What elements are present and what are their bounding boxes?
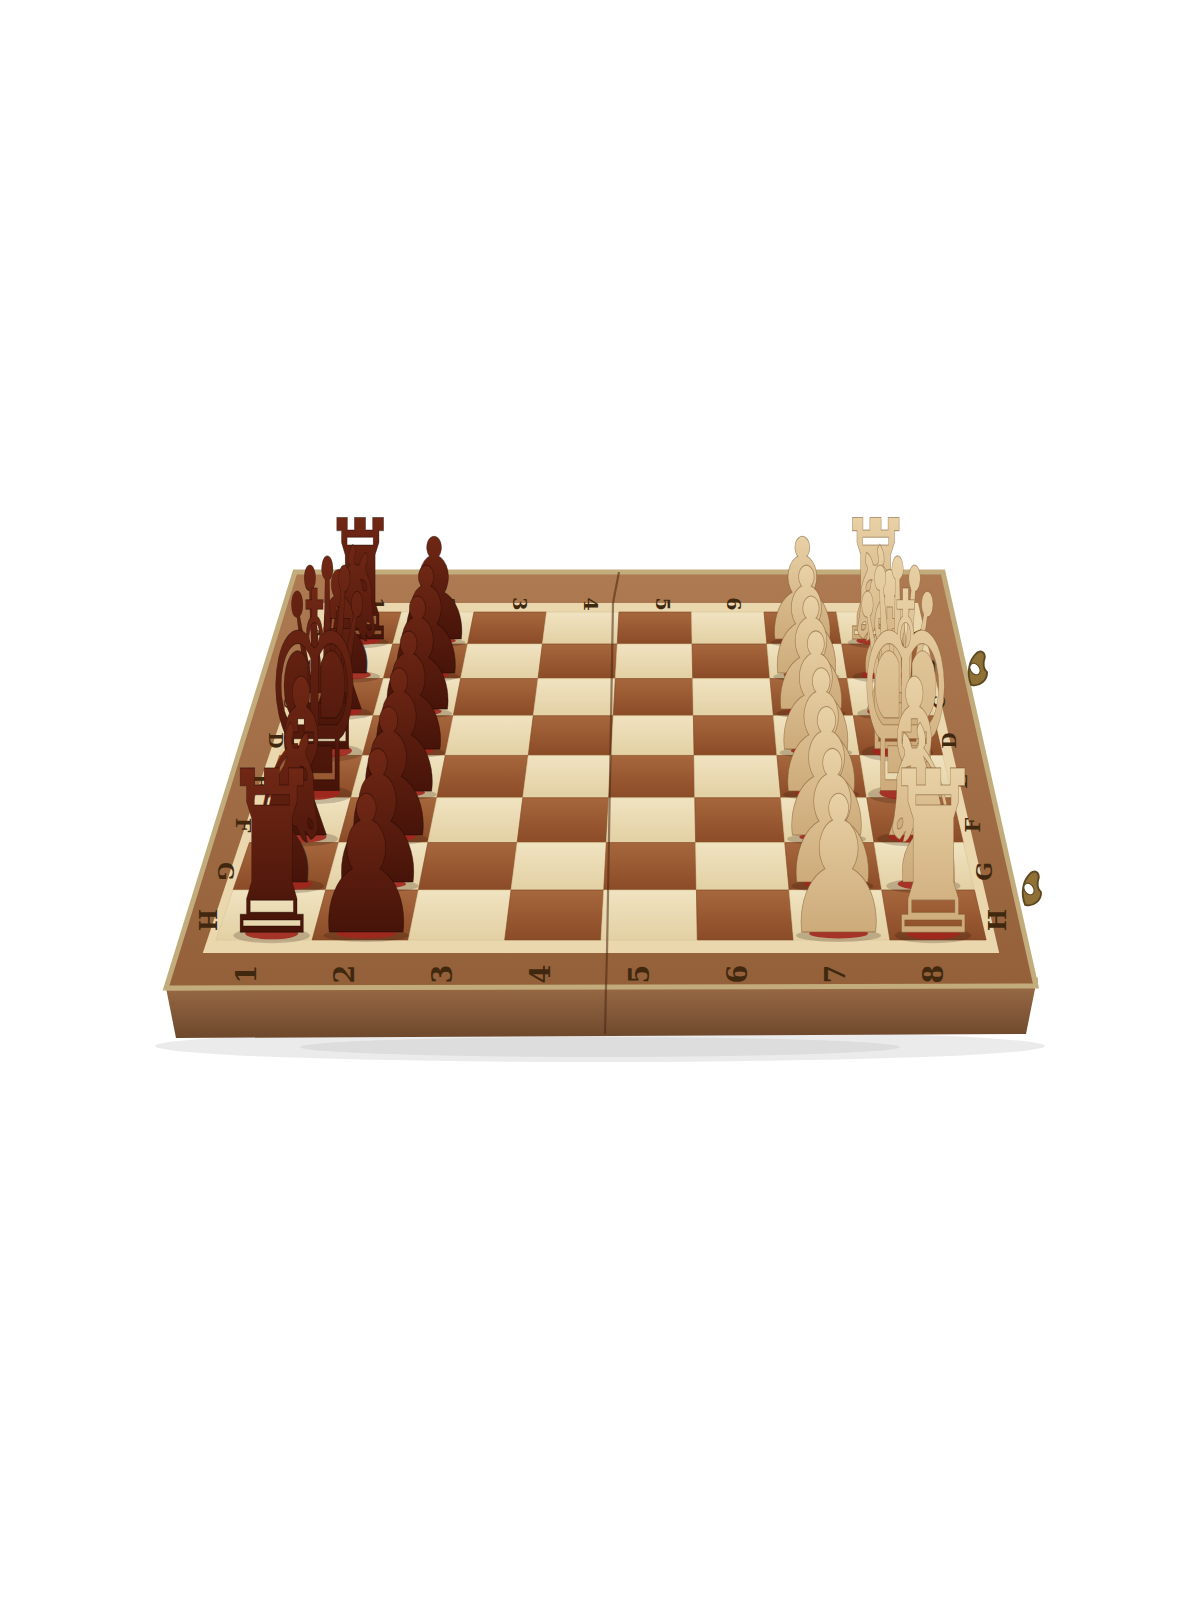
square-e4 [523, 755, 611, 797]
square-e5 [609, 755, 695, 797]
square-b5 [615, 644, 692, 679]
back-rail-number-6: 6 [723, 597, 745, 610]
front-rail-number-4: 4 [525, 965, 556, 984]
left-rail-letter-H: H [194, 909, 221, 931]
back-rail-number-5: 5 [652, 597, 674, 610]
right-rail-letter-H: H [984, 909, 1011, 931]
chess-set-photo: 1234567812345678ABCDEFGHABCDEFGH♜♟♟♜♞♟♟♞… [0, 0, 1200, 1600]
square-h5 [601, 890, 697, 940]
square-a5 [617, 612, 692, 644]
square-a4 [542, 612, 619, 644]
box-front-face [166, 984, 1036, 1038]
piece-dark-rook-h1: ♜ [221, 723, 322, 985]
piece-light-pawn-h7: ♟ [782, 756, 894, 977]
floor-shadow-core [300, 1037, 900, 1057]
front-rail-number-3: 3 [427, 965, 458, 984]
square-d6 [693, 716, 777, 756]
product-photo-stage: 1234567812345678ABCDEFGHABCDEFGH♜♟♟♜♞♟♟♞… [0, 0, 1200, 1600]
square-c4 [533, 679, 615, 716]
front-rail-number-6: 6 [722, 965, 753, 984]
square-g4 [511, 843, 606, 890]
back-rail-number-4: 4 [580, 597, 602, 610]
piece-dark-pawn-h2: ♟ [310, 756, 422, 977]
square-a6 [692, 612, 767, 644]
piece-light-rook-h8: ♜ [883, 723, 984, 985]
square-c6 [693, 679, 774, 716]
square-f5 [606, 798, 695, 843]
square-f4 [517, 798, 609, 843]
front-rail-number-5: 5 [624, 965, 655, 984]
square-a3 [468, 612, 547, 644]
square-d4 [528, 716, 613, 756]
back-rail-number-3: 3 [509, 597, 531, 610]
square-b4 [538, 644, 617, 679]
square-g5 [604, 843, 697, 890]
square-c5 [613, 679, 693, 716]
square-h4 [505, 890, 604, 940]
square-b6 [692, 644, 770, 679]
square-d5 [611, 716, 694, 756]
